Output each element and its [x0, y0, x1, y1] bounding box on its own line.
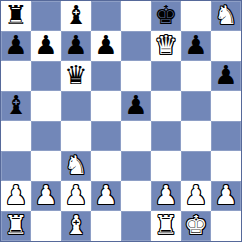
- square-b7[interactable]: ♟: [31, 31, 61, 61]
- square-a3[interactable]: [1, 151, 31, 181]
- piece-black-bishop[interactable]: ♝: [64, 1, 87, 30]
- square-f3[interactable]: [151, 151, 181, 181]
- piece-white-pawn[interactable]: ♟: [154, 181, 177, 210]
- square-c1[interactable]: ♝: [61, 211, 91, 241]
- square-d3[interactable]: [91, 151, 121, 181]
- square-h8[interactable]: ♞: [211, 1, 241, 31]
- piece-white-pawn[interactable]: ♟: [94, 181, 117, 210]
- piece-black-pawn[interactable]: ♟: [34, 31, 57, 60]
- square-f1[interactable]: ♜: [151, 211, 181, 241]
- piece-black-king[interactable]: ♚: [154, 1, 177, 30]
- piece-white-bishop[interactable]: ♝: [64, 211, 87, 240]
- square-g1[interactable]: ♚: [181, 211, 211, 241]
- piece-white-pawn[interactable]: ♟: [34, 181, 57, 210]
- piece-white-knight[interactable]: ♞: [214, 1, 237, 30]
- chess-board: ♜♝♚♞♟♟♟♟♛♟♛♟♝♟♞♟♟♟♟♟♟♟♜♝♜♚: [0, 0, 242, 242]
- square-d6[interactable]: [91, 61, 121, 91]
- square-a2[interactable]: ♟: [1, 181, 31, 211]
- square-f4[interactable]: [151, 121, 181, 151]
- square-g7[interactable]: ♟: [181, 31, 211, 61]
- square-e8[interactable]: [121, 1, 151, 31]
- square-c7[interactable]: ♟: [61, 31, 91, 61]
- square-g2[interactable]: ♟: [181, 181, 211, 211]
- square-g3[interactable]: [181, 151, 211, 181]
- square-c8[interactable]: ♝: [61, 1, 91, 31]
- piece-black-pawn[interactable]: ♟: [64, 31, 87, 60]
- square-c4[interactable]: [61, 121, 91, 151]
- piece-white-rook[interactable]: ♜: [154, 211, 177, 240]
- piece-white-pawn[interactable]: ♟: [64, 181, 87, 210]
- square-c3[interactable]: ♞: [61, 151, 91, 181]
- piece-black-bishop[interactable]: ♝: [4, 91, 27, 120]
- square-d7[interactable]: ♟: [91, 31, 121, 61]
- piece-black-pawn[interactable]: ♟: [4, 31, 27, 60]
- square-c6[interactable]: ♛: [61, 61, 91, 91]
- square-d8[interactable]: [91, 1, 121, 31]
- square-h6[interactable]: ♟: [211, 61, 241, 91]
- square-b2[interactable]: ♟: [31, 181, 61, 211]
- piece-black-rook[interactable]: ♜: [4, 1, 27, 30]
- square-g5[interactable]: [181, 91, 211, 121]
- square-f7[interactable]: ♛: [151, 31, 181, 61]
- piece-black-pawn[interactable]: ♟: [124, 91, 147, 120]
- square-e6[interactable]: [121, 61, 151, 91]
- piece-white-queen[interactable]: ♛: [154, 31, 177, 60]
- square-f2[interactable]: ♟: [151, 181, 181, 211]
- square-c2[interactable]: ♟: [61, 181, 91, 211]
- square-c5[interactable]: [61, 91, 91, 121]
- square-e4[interactable]: [121, 121, 151, 151]
- square-b8[interactable]: [31, 1, 61, 31]
- square-a6[interactable]: [1, 61, 31, 91]
- square-e2[interactable]: [121, 181, 151, 211]
- square-d2[interactable]: ♟: [91, 181, 121, 211]
- square-a7[interactable]: ♟: [1, 31, 31, 61]
- square-h2[interactable]: ♟: [211, 181, 241, 211]
- square-f8[interactable]: ♚: [151, 1, 181, 31]
- square-b4[interactable]: [31, 121, 61, 151]
- square-d5[interactable]: [91, 91, 121, 121]
- piece-black-pawn[interactable]: ♟: [94, 31, 117, 60]
- square-h1[interactable]: [211, 211, 241, 241]
- square-f6[interactable]: [151, 61, 181, 91]
- square-e7[interactable]: [121, 31, 151, 61]
- square-a5[interactable]: ♝: [1, 91, 31, 121]
- piece-black-pawn[interactable]: ♟: [214, 61, 237, 90]
- square-d4[interactable]: [91, 121, 121, 151]
- piece-black-pawn[interactable]: ♟: [184, 31, 207, 60]
- piece-white-pawn[interactable]: ♟: [4, 181, 27, 210]
- piece-white-pawn[interactable]: ♟: [214, 181, 237, 210]
- square-g4[interactable]: [181, 121, 211, 151]
- piece-white-pawn[interactable]: ♟: [184, 181, 207, 210]
- square-b6[interactable]: [31, 61, 61, 91]
- square-g6[interactable]: [181, 61, 211, 91]
- square-e1[interactable]: [121, 211, 151, 241]
- piece-white-rook[interactable]: ♜: [4, 211, 27, 240]
- square-a4[interactable]: [1, 121, 31, 151]
- square-d1[interactable]: [91, 211, 121, 241]
- square-b5[interactable]: [31, 91, 61, 121]
- square-a8[interactable]: ♜: [1, 1, 31, 31]
- square-b3[interactable]: [31, 151, 61, 181]
- piece-black-queen[interactable]: ♛: [64, 61, 87, 90]
- square-e5[interactable]: ♟: [121, 91, 151, 121]
- chess-board-container: ♜♝♚♞♟♟♟♟♛♟♛♟♝♟♞♟♟♟♟♟♟♟♜♝♜♚: [0, 0, 242, 242]
- square-a1[interactable]: ♜: [1, 211, 31, 241]
- square-h7[interactable]: [211, 31, 241, 61]
- square-h4[interactable]: [211, 121, 241, 151]
- square-g8[interactable]: [181, 1, 211, 31]
- piece-white-king[interactable]: ♚: [184, 211, 207, 240]
- square-b1[interactable]: [31, 211, 61, 241]
- square-e3[interactable]: [121, 151, 151, 181]
- square-f5[interactable]: [151, 91, 181, 121]
- square-h3[interactable]: [211, 151, 241, 181]
- square-h5[interactable]: [211, 91, 241, 121]
- piece-white-knight[interactable]: ♞: [64, 151, 87, 180]
